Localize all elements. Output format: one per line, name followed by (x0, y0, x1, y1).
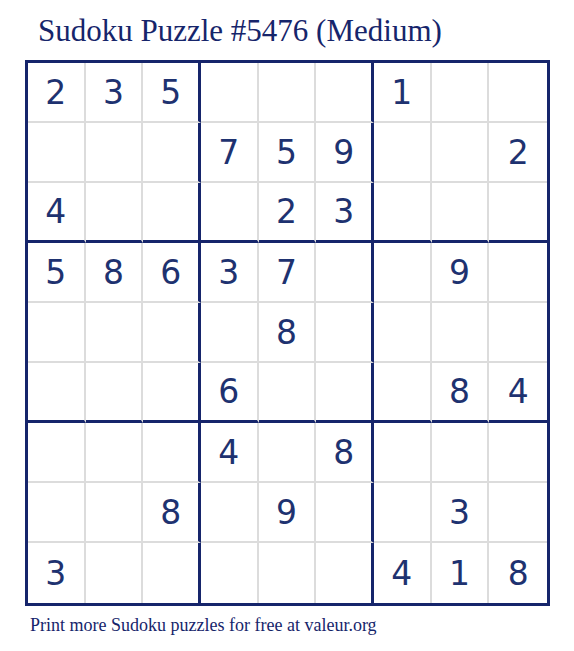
cell-r6c6 (316, 363, 374, 423)
cell-r2c6: 9 (316, 123, 374, 183)
cell-r3c9 (489, 183, 547, 243)
cell-r2c4: 7 (201, 123, 259, 183)
cell-r2c2 (86, 123, 144, 183)
cell-r1c8 (432, 63, 490, 123)
cell-r4c9 (489, 243, 547, 303)
cell-r3c6: 3 (316, 183, 374, 243)
cell-r3c1: 4 (28, 183, 86, 243)
cell-r9c2 (86, 543, 144, 603)
cell-r9c3 (143, 543, 201, 603)
cell-r2c7 (374, 123, 432, 183)
cell-r2c5: 5 (259, 123, 317, 183)
cell-r5c3 (143, 303, 201, 363)
cell-r5c4 (201, 303, 259, 363)
footer-note: Print more Sudoku puzzles for free at va… (30, 615, 377, 636)
cell-r1c7: 1 (374, 63, 432, 123)
page-title: Sudoku Puzzle #5476 (Medium) (38, 13, 442, 49)
cell-r9c9: 8 (489, 543, 547, 603)
cell-r3c7 (374, 183, 432, 243)
cell-r3c3 (143, 183, 201, 243)
cell-r5c1 (28, 303, 86, 363)
cell-r2c1 (28, 123, 86, 183)
cell-r6c5 (259, 363, 317, 423)
cell-r8c4 (201, 483, 259, 543)
cell-r6c9: 4 (489, 363, 547, 423)
cell-r9c4 (201, 543, 259, 603)
cell-r8c3: 8 (143, 483, 201, 543)
cell-r5c6 (316, 303, 374, 363)
cell-r1c6 (316, 63, 374, 123)
cell-r6c2 (86, 363, 144, 423)
cell-r6c8: 8 (432, 363, 490, 423)
cell-r9c8: 1 (432, 543, 490, 603)
cell-r8c9 (489, 483, 547, 543)
cell-r7c3 (143, 423, 201, 483)
cell-r8c7 (374, 483, 432, 543)
cell-r4c1: 5 (28, 243, 86, 303)
cell-r4c4: 3 (201, 243, 259, 303)
cell-r4c2: 8 (86, 243, 144, 303)
sudoku-board: 235175924235863798684488933418 (25, 60, 550, 606)
cell-r4c5: 7 (259, 243, 317, 303)
cell-r4c8: 9 (432, 243, 490, 303)
cell-r7c7 (374, 423, 432, 483)
cell-r9c6 (316, 543, 374, 603)
cell-r2c8 (432, 123, 490, 183)
cell-r7c9 (489, 423, 547, 483)
cell-r5c8 (432, 303, 490, 363)
cell-r7c8 (432, 423, 490, 483)
cell-r3c8 (432, 183, 490, 243)
cell-r1c9 (489, 63, 547, 123)
cell-r8c2 (86, 483, 144, 543)
cell-r2c9: 2 (489, 123, 547, 183)
cell-r6c1 (28, 363, 86, 423)
cell-r6c3 (143, 363, 201, 423)
cell-r8c6 (316, 483, 374, 543)
cell-r3c4 (201, 183, 259, 243)
cell-r3c2 (86, 183, 144, 243)
cell-r9c1: 3 (28, 543, 86, 603)
cell-r5c7 (374, 303, 432, 363)
cell-r7c4: 4 (201, 423, 259, 483)
cell-r7c2 (86, 423, 144, 483)
cell-r1c1: 2 (28, 63, 86, 123)
cell-r1c4 (201, 63, 259, 123)
cell-r8c8: 3 (432, 483, 490, 543)
cell-r6c7 (374, 363, 432, 423)
cell-r4c3: 6 (143, 243, 201, 303)
cell-r1c3: 5 (143, 63, 201, 123)
cell-r3c5: 2 (259, 183, 317, 243)
cell-r7c5 (259, 423, 317, 483)
cell-r5c2 (86, 303, 144, 363)
cell-r4c6 (316, 243, 374, 303)
cell-r9c5 (259, 543, 317, 603)
cell-r7c6: 8 (316, 423, 374, 483)
cell-r2c3 (143, 123, 201, 183)
cell-r6c4: 6 (201, 363, 259, 423)
cell-r5c9 (489, 303, 547, 363)
cell-r9c7: 4 (374, 543, 432, 603)
cell-r5c5: 8 (259, 303, 317, 363)
cell-r4c7 (374, 243, 432, 303)
cell-r8c5: 9 (259, 483, 317, 543)
cell-r7c1 (28, 423, 86, 483)
cell-r1c5 (259, 63, 317, 123)
cell-r8c1 (28, 483, 86, 543)
cell-r1c2: 3 (86, 63, 144, 123)
